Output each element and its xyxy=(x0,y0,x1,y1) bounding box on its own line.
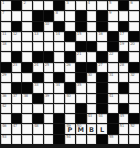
clue-number-30: 30 xyxy=(88,73,92,77)
cell-r2c10 xyxy=(97,11,107,20)
cell-r11c9[interactable] xyxy=(87,104,97,113)
cell-r5c10[interactable] xyxy=(97,42,107,51)
cell-r13c12[interactable]: 51 xyxy=(119,124,129,133)
cell-r11c2[interactable] xyxy=(12,104,22,113)
cell-r11c6[interactable] xyxy=(54,104,64,113)
cell-r9c9[interactable] xyxy=(87,83,97,92)
cell-r8c7[interactable] xyxy=(65,73,75,82)
cell-r2c2[interactable] xyxy=(12,11,22,20)
cell-r8c6 xyxy=(54,73,64,82)
clue-number-3: 3 xyxy=(66,1,68,5)
cell-r7c9 xyxy=(87,63,97,72)
clue-number-9: 9 xyxy=(109,11,111,15)
cell-r12c13 xyxy=(129,114,139,123)
cell-letter: L xyxy=(97,126,107,133)
clue-number-45: 45 xyxy=(120,114,124,118)
clue-number-36: 36 xyxy=(2,94,6,98)
clue-number-16: 16 xyxy=(98,32,102,36)
clue-number-37: 37 xyxy=(13,94,17,98)
cell-r12c2 xyxy=(12,114,22,123)
clue-number-7: 7 xyxy=(2,11,4,15)
cell-r4c3[interactable] xyxy=(22,32,32,41)
cell-r6c7 xyxy=(65,52,75,61)
cell-r12c7[interactable] xyxy=(65,114,75,123)
cell-r3c11[interactable] xyxy=(108,22,118,31)
cell-r12c11 xyxy=(108,114,118,123)
cell-r13c13[interactable]: 52 xyxy=(129,124,139,133)
clue-number-52: 52 xyxy=(130,124,134,128)
cell-r8c13[interactable]: 32 xyxy=(129,73,139,82)
cell-r14c6 xyxy=(54,135,64,144)
cell-r1c2 xyxy=(12,1,22,10)
cell-letter: P xyxy=(65,126,75,133)
cell-r2c1[interactable]: 7 xyxy=(1,11,11,20)
clue-number-6: 6 xyxy=(130,1,132,5)
cell-r5c8 xyxy=(76,42,86,51)
cell-r1c5[interactable] xyxy=(44,1,54,10)
cell-r1c4[interactable] xyxy=(33,1,43,10)
cell-r12c3[interactable] xyxy=(22,114,32,123)
clue-number-55: 55 xyxy=(109,135,113,139)
clue-number-1: 1 xyxy=(2,1,4,5)
cell-r7c13 xyxy=(129,63,139,72)
clue-number-23: 23 xyxy=(13,63,17,67)
cell-r14c4[interactable] xyxy=(33,135,43,144)
clue-number-10: 10 xyxy=(45,22,49,26)
clue-number-29: 29 xyxy=(2,73,6,77)
cell-r3c13[interactable] xyxy=(129,22,139,31)
cell-r5c13[interactable]: 20 xyxy=(129,42,139,51)
cell-r4c11 xyxy=(108,32,118,41)
cell-r7c2[interactable]: 23 xyxy=(12,63,22,72)
clue-number-19: 19 xyxy=(120,42,124,46)
cell-r1c3[interactable]: 2 xyxy=(22,1,32,10)
cell-r10c4 xyxy=(33,94,43,103)
cell-r9c1[interactable] xyxy=(1,83,11,92)
cell-r5c9 xyxy=(87,42,97,51)
cell-r6c10 xyxy=(97,52,107,61)
cell-r10c8[interactable] xyxy=(76,94,86,103)
cell-r1c6 xyxy=(54,1,64,10)
cell-r6c9[interactable] xyxy=(87,52,97,61)
cell-r8c10 xyxy=(97,73,107,82)
cell-r8c12[interactable] xyxy=(119,73,129,82)
cell-r13c4[interactable]: 48 xyxy=(33,124,43,133)
cell-r9c11[interactable] xyxy=(108,83,118,92)
clue-number-12: 12 xyxy=(13,32,17,36)
cell-r11c8 xyxy=(76,104,86,113)
clue-number-25: 25 xyxy=(45,63,49,67)
cell-r4c2[interactable]: 12 xyxy=(12,32,22,41)
cell-r2c9[interactable] xyxy=(87,11,97,20)
cell-r4c8[interactable]: 15 xyxy=(76,32,86,41)
clue-number-47: 47 xyxy=(13,124,17,128)
cell-r3c8 xyxy=(76,22,86,31)
cell-r7c10[interactable]: 27 xyxy=(97,63,107,72)
cell-r6c2 xyxy=(12,52,22,61)
cell-r14c5[interactable] xyxy=(44,135,54,144)
cell-r7c4[interactable]: 24 xyxy=(33,63,43,72)
cell-r11c10 xyxy=(97,104,107,113)
cell-r4c7 xyxy=(65,32,75,41)
cell-r7c5[interactable]: 25 xyxy=(44,63,54,72)
cell-r7c12[interactable]: 28 xyxy=(119,63,129,72)
cell-r9c10 xyxy=(97,83,107,92)
clue-number-24: 24 xyxy=(34,63,38,67)
cell-r14c12[interactable] xyxy=(119,135,129,144)
cell-r13c6 xyxy=(54,124,64,133)
clue-number-34: 34 xyxy=(55,83,59,87)
clue-number-39: 39 xyxy=(45,94,49,98)
cell-r13c1[interactable]: 46 xyxy=(1,124,11,133)
cell-r10c7[interactable]: 40 xyxy=(65,94,75,103)
cell-r9c6[interactable]: 34 xyxy=(54,83,64,92)
cell-r7c11[interactable] xyxy=(108,63,118,72)
cell-r12c8 xyxy=(76,114,86,123)
cell-r8c4 xyxy=(33,73,43,82)
cell-r4c1[interactable]: 11 xyxy=(1,32,11,41)
clue-number-13: 13 xyxy=(34,32,38,36)
cell-r10c3[interactable]: 38 xyxy=(22,94,32,103)
cell-r13c9[interactable]: B xyxy=(87,124,97,133)
cell-r4c12[interactable]: 17 xyxy=(119,32,129,41)
cell-r4c6[interactable]: 14 xyxy=(54,32,64,41)
cell-r4c5[interactable] xyxy=(44,32,54,41)
cell-r12c1[interactable] xyxy=(1,114,11,123)
clue-number-40: 40 xyxy=(66,94,70,98)
cell-r14c7[interactable]: 54 xyxy=(65,135,75,144)
cell-r2c4 xyxy=(33,11,43,20)
cell-r2c5 xyxy=(44,11,54,20)
cell-r9c8[interactable]: 35 xyxy=(76,83,86,92)
cell-r10c9[interactable] xyxy=(87,94,97,103)
cell-r14c11[interactable]: 55 xyxy=(108,135,118,144)
clue-number-2: 2 xyxy=(23,1,25,5)
cell-r2c11[interactable]: 9 xyxy=(108,11,118,20)
clue-number-31: 31 xyxy=(109,73,113,77)
cell-r6c6[interactable] xyxy=(54,52,64,61)
cell-r3c1[interactable] xyxy=(1,22,11,31)
cell-r1c10[interactable] xyxy=(97,1,107,10)
cell-r2c8 xyxy=(76,11,86,20)
cell-r5c12[interactable]: 19 xyxy=(119,42,129,51)
cell-r11c1[interactable]: 42 xyxy=(1,104,11,113)
cell-r1c7[interactable]: 3 xyxy=(65,1,75,10)
cell-r6c8[interactable]: 21 xyxy=(76,52,86,61)
cell-r9c7 xyxy=(65,83,75,92)
clue-number-4: 4 xyxy=(88,1,90,5)
cell-r6c3[interactable] xyxy=(22,52,32,61)
cell-r4c13 xyxy=(129,32,139,41)
cell-r13c5[interactable] xyxy=(44,124,54,133)
cell-r5c4[interactable] xyxy=(33,42,43,51)
clue-number-54: 54 xyxy=(66,135,70,139)
cell-r13c7[interactable]: 49P xyxy=(65,124,75,133)
cell-r7c6[interactable] xyxy=(54,63,64,72)
cell-r5c11 xyxy=(108,42,118,51)
cell-r14c3[interactable] xyxy=(22,135,32,144)
cell-r3c2 xyxy=(12,22,22,31)
cell-r8c2[interactable] xyxy=(12,73,22,82)
cell-r2c3[interactable] xyxy=(22,11,32,20)
cell-r6c1[interactable] xyxy=(1,52,11,61)
cell-r11c11[interactable] xyxy=(108,104,118,113)
cell-r2c13[interactable] xyxy=(129,11,139,20)
cell-r6c12 xyxy=(119,52,129,61)
cell-r1c13[interactable]: 6 xyxy=(129,1,139,10)
cell-r13c8[interactable]: 50M xyxy=(76,124,86,133)
cell-r2c12[interactable] xyxy=(119,11,129,20)
cell-r12c10[interactable]: 44 xyxy=(97,114,107,123)
cell-r10c1[interactable]: 36 xyxy=(1,94,11,103)
cell-r13c3[interactable] xyxy=(22,124,32,133)
cell-r14c9[interactable] xyxy=(87,135,97,144)
cell-r5c7[interactable] xyxy=(65,42,75,51)
clue-number-5: 5 xyxy=(109,1,111,5)
cell-r4c10[interactable]: 16 xyxy=(97,32,107,41)
clue-number-51: 51 xyxy=(120,124,124,128)
cell-r3c4 xyxy=(33,22,43,31)
cell-r9c5[interactable] xyxy=(44,83,54,92)
clue-number-18: 18 xyxy=(2,42,6,46)
cell-r12c6 xyxy=(54,114,64,123)
cell-r3c6 xyxy=(54,22,64,31)
clue-number-38: 38 xyxy=(23,94,27,98)
clue-number-28: 28 xyxy=(120,63,124,67)
cell-r2c6[interactable]: 8 xyxy=(54,11,64,20)
cell-r14c8[interactable] xyxy=(76,135,86,144)
cell-r3c7[interactable] xyxy=(65,22,75,31)
cell-r10c2[interactable]: 37 xyxy=(12,94,22,103)
cell-r10c10 xyxy=(97,94,107,103)
clue-number-26: 26 xyxy=(66,63,70,67)
clue-number-17: 17 xyxy=(120,32,124,36)
cell-r12c4 xyxy=(33,114,43,123)
cell-r3c12 xyxy=(119,22,129,31)
clue-number-35: 35 xyxy=(77,83,81,87)
cell-r4c4[interactable]: 13 xyxy=(33,32,43,41)
clue-number-20: 20 xyxy=(130,42,134,46)
clue-number-22: 22 xyxy=(109,52,113,56)
cell-r5c6[interactable] xyxy=(54,42,64,51)
clue-number-46: 46 xyxy=(2,124,6,128)
cell-r13c2[interactable]: 47 xyxy=(12,124,22,133)
cell-r2c7[interactable] xyxy=(65,11,75,20)
clue-number-41: 41 xyxy=(109,94,113,98)
cell-r7c7[interactable]: 26 xyxy=(65,63,75,72)
cell-r7c1 xyxy=(1,63,11,72)
cell-letter: M xyxy=(76,126,86,133)
cell-r6c13[interactable] xyxy=(129,52,139,61)
cell-r9c4[interactable]: 33 xyxy=(33,83,43,92)
cell-r11c13[interactable] xyxy=(129,104,139,113)
cell-r14c1[interactable]: 53 xyxy=(1,135,11,144)
cell-r8c1[interactable]: 29 xyxy=(1,73,11,82)
cell-r13c10[interactable]: L xyxy=(97,124,107,133)
clue-number-48: 48 xyxy=(34,124,38,128)
clue-number-43: 43 xyxy=(88,114,92,118)
cell-r6c5 xyxy=(44,52,54,61)
cell-r5c3[interactable] xyxy=(22,42,32,51)
clue-number-33: 33 xyxy=(34,83,38,87)
clue-number-11: 11 xyxy=(2,32,6,36)
cell-r5c5[interactable] xyxy=(44,42,54,51)
cell-r13c11 xyxy=(108,124,118,133)
clue-number-27: 27 xyxy=(98,63,102,67)
cell-r1c9[interactable]: 4 xyxy=(87,1,97,10)
cell-r14c10 xyxy=(97,135,107,144)
cell-r1c1[interactable]: 1 xyxy=(1,1,11,10)
cell-r3c10 xyxy=(97,22,107,31)
cell-r6c4 xyxy=(33,52,43,61)
cell-r10c12[interactable] xyxy=(119,94,129,103)
crossword-board: 1234567891011121314151617181920212223242… xyxy=(0,0,140,148)
cell-r10c5[interactable]: 39 xyxy=(44,94,54,103)
clue-number-8: 8 xyxy=(55,11,57,15)
cell-r1c12 xyxy=(119,1,129,10)
cell-r11c3[interactable] xyxy=(22,104,32,113)
cell-r4c9[interactable] xyxy=(87,32,97,41)
cell-r11c5[interactable] xyxy=(44,104,54,113)
clue-number-14: 14 xyxy=(55,32,59,36)
cell-r7c8 xyxy=(76,63,86,72)
cell-r9c12 xyxy=(119,83,129,92)
cell-r8c11[interactable]: 31 xyxy=(108,73,118,82)
cell-r6c11[interactable]: 22 xyxy=(108,52,118,61)
cell-r12c9[interactable]: 43 xyxy=(87,114,97,123)
cell-r9c3 xyxy=(22,83,32,92)
cell-r9c2 xyxy=(12,83,22,92)
cell-r9c13[interactable] xyxy=(129,83,139,92)
cell-r5c1[interactable]: 18 xyxy=(1,42,11,51)
cell-r11c12 xyxy=(119,104,129,113)
cell-r3c9[interactable] xyxy=(87,22,97,31)
clue-number-15: 15 xyxy=(77,32,81,36)
cell-r14c13[interactable] xyxy=(129,135,139,144)
cell-r11c4[interactable] xyxy=(33,104,43,113)
cell-r8c3[interactable] xyxy=(22,73,32,82)
cell-r10c6[interactable] xyxy=(54,94,64,103)
clue-number-21: 21 xyxy=(77,52,81,56)
cell-r10c11[interactable]: 41 xyxy=(108,94,118,103)
clue-number-42: 42 xyxy=(2,104,6,108)
clue-number-32: 32 xyxy=(130,73,134,77)
cell-letter: B xyxy=(87,126,97,133)
cell-r12c12[interactable]: 45 xyxy=(119,114,129,123)
cell-r1c8[interactable] xyxy=(76,1,86,10)
cell-r8c9[interactable]: 30 xyxy=(87,73,97,82)
cell-r1c11[interactable]: 5 xyxy=(108,1,118,10)
cell-r7c3 xyxy=(22,63,32,72)
cell-r3c5[interactable]: 10 xyxy=(44,22,54,31)
cell-r3c3[interactable] xyxy=(22,22,32,31)
clue-number-44: 44 xyxy=(98,114,102,118)
cell-r12c5[interactable] xyxy=(44,114,54,123)
cell-r8c8 xyxy=(76,73,86,82)
cell-r10c13[interactable] xyxy=(129,94,139,103)
clue-number-53: 53 xyxy=(2,135,6,139)
cell-r11c7[interactable] xyxy=(65,104,75,113)
cell-r8c5[interactable] xyxy=(44,73,54,82)
cell-r14c2[interactable] xyxy=(12,135,22,144)
cell-r5c2[interactable] xyxy=(12,42,22,51)
